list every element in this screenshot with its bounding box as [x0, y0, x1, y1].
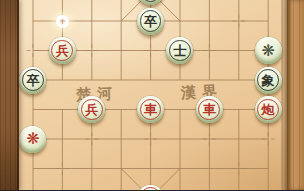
right-wood-frame [287, 0, 304, 190]
piece-red-general[interactable]: 帥 [137, 185, 164, 191]
piece-character: 象 [255, 67, 282, 94]
piece-character: 兵 [78, 96, 105, 123]
piece-red-chariot[interactable]: 車 [137, 96, 164, 123]
piece-red-soldier[interactable]: 兵 [49, 37, 76, 64]
piece-character: 帥 [137, 185, 164, 191]
piece-black-general[interactable]: 將 [137, 0, 164, 5]
hidden-rosette-icon: ❋ [19, 126, 46, 153]
piece-black-soldier[interactable]: 卒 [19, 67, 46, 94]
piece-character: 炮 [255, 96, 282, 123]
left-wood-frame [0, 0, 19, 190]
piece-character: 車 [137, 96, 164, 123]
last-move-marker [55, 14, 70, 29]
hidden-rosette-icon: ❋ [255, 37, 282, 64]
xiangqi-board: 楚河 漢界 將卒兵士❋卒象兵車車炮❋帥 [0, 0, 304, 190]
piece-black-elephant[interactable]: 象 [255, 67, 282, 94]
piece-red-chariot[interactable]: 車 [196, 96, 223, 123]
piece-red-cannon[interactable]: 炮 [255, 96, 282, 123]
piece-character: 士 [166, 37, 193, 64]
pieces-layer: 將卒兵士❋卒象兵車車炮❋帥 [18, 0, 283, 190]
piece-black-advisor[interactable]: 士 [166, 37, 193, 64]
piece-black-hidden[interactable]: ❋ [255, 37, 282, 64]
piece-character: 將 [137, 0, 164, 5]
piece-character: 卒 [19, 67, 46, 94]
piece-character: 兵 [49, 37, 76, 64]
piece-red-soldier[interactable]: 兵 [78, 96, 105, 123]
piece-red-hidden[interactable]: ❋ [19, 126, 46, 153]
piece-character: 卒 [137, 8, 164, 35]
piece-character: 車 [196, 96, 223, 123]
piece-black-soldier[interactable]: 卒 [137, 8, 164, 35]
